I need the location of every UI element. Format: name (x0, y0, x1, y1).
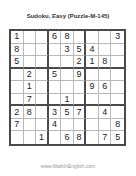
sudoku-cell-r9c6[interactable]: 8 (74, 131, 87, 144)
sudoku-cell-r1c8[interactable] (99, 31, 112, 44)
sudoku-cell-r4c4[interactable]: 5 (49, 69, 62, 82)
sudoku-cell-r6c4[interactable] (49, 94, 62, 107)
sudoku-cell-r7c7[interactable] (86, 106, 99, 119)
sudoku-cell-r7c3[interactable] (36, 106, 49, 119)
sudoku-cell-r8c9[interactable]: 8 (111, 119, 124, 132)
sudoku-cell-r8c1[interactable]: 7 (11, 119, 24, 132)
sudoku-cell-r3c1[interactable]: 5 (11, 56, 24, 69)
sudoku-cell-r4c3[interactable] (36, 69, 49, 82)
sudoku-cell-r7c1[interactable]: 2 (11, 106, 24, 119)
sudoku-cell-r8c7[interactable] (86, 119, 99, 132)
sudoku-cell-r5c8[interactable]: 6 (99, 81, 112, 94)
sudoku-cell-r7c5[interactable]: 5 (61, 106, 74, 119)
sudoku-cell-r6c3[interactable] (36, 94, 49, 107)
sudoku-cell-r9c9[interactable]: 5 (111, 131, 124, 144)
sudoku-cell-r8c5[interactable] (61, 119, 74, 132)
sudoku-cell-r5c9[interactable] (111, 81, 124, 94)
sudoku-cell-r2c8[interactable] (99, 44, 112, 57)
sudoku-board: 1683835452182591967128357474816875 (9, 29, 126, 146)
sudoku-cell-r6c1[interactable] (11, 94, 24, 107)
sudoku-cell-r4c8[interactable] (99, 69, 112, 82)
sudoku-cell-r1c4[interactable]: 6 (49, 31, 62, 44)
sudoku-cell-r3c9[interactable] (111, 56, 124, 69)
sudoku-cell-r8c8[interactable] (99, 119, 112, 132)
sudoku-cell-r9c8[interactable]: 7 (99, 131, 112, 144)
sudoku-cell-r9c3[interactable]: 1 (36, 131, 49, 144)
sudoku-cell-r1c9[interactable]: 3 (111, 31, 124, 44)
sudoku-cell-r9c2[interactable] (24, 131, 37, 144)
sudoku-cell-r1c5[interactable]: 8 (61, 31, 74, 44)
sudoku-cell-r5c4[interactable] (49, 81, 62, 94)
sudoku-cell-r7c4[interactable]: 3 (49, 106, 62, 119)
footer-url: www.MathInEnglish.com (0, 163, 136, 169)
sudoku-cell-r1c6[interactable] (74, 31, 87, 44)
sudoku-cell-r6c7[interactable] (86, 94, 99, 107)
sudoku-cell-r4c2[interactable]: 2 (24, 69, 37, 82)
sudoku-cell-r9c5[interactable]: 6 (61, 131, 74, 144)
sudoku-cell-r3c4[interactable] (49, 56, 62, 69)
sudoku-cell-r1c7[interactable] (86, 31, 99, 44)
sudoku-cell-r2c3[interactable] (36, 44, 49, 57)
sudoku-cell-r6c5[interactable]: 1 (61, 94, 74, 107)
sudoku-cell-r9c1[interactable] (11, 131, 24, 144)
sudoku-cell-r1c1[interactable]: 1 (11, 31, 24, 44)
sudoku-cell-r3c5[interactable] (61, 56, 74, 69)
sudoku-cell-r2c6[interactable]: 5 (74, 44, 87, 57)
sudoku-cell-r5c5[interactable] (61, 81, 74, 94)
sudoku-cell-r5c7[interactable]: 9 (86, 81, 99, 94)
sudoku-cell-r3c7[interactable]: 1 (86, 56, 99, 69)
sudoku-cell-r2c5[interactable]: 3 (61, 44, 74, 57)
sudoku-cell-r7c8[interactable]: 4 (99, 106, 112, 119)
sudoku-cell-r1c3[interactable] (36, 31, 49, 44)
sudoku-cell-r4c1[interactable] (11, 69, 24, 82)
sudoku-cell-r3c6[interactable]: 2 (74, 56, 87, 69)
sudoku-sheet: Sudoku, Easy (Puzzle-M-145) 168383545218… (0, 0, 136, 176)
sudoku-cell-r8c6[interactable] (74, 119, 87, 132)
sudoku-cell-r8c4[interactable]: 4 (49, 119, 62, 132)
sudoku-cell-r4c9[interactable] (111, 69, 124, 82)
sudoku-cell-r6c6[interactable] (74, 94, 87, 107)
sudoku-cell-r6c2[interactable]: 7 (24, 94, 37, 107)
sudoku-cell-r3c2[interactable] (24, 56, 37, 69)
sudoku-cell-r2c1[interactable]: 8 (11, 44, 24, 57)
sudoku-cell-r6c8[interactable] (99, 94, 112, 107)
sudoku-cell-r9c7[interactable] (86, 131, 99, 144)
sudoku-cell-r1c2[interactable] (24, 31, 37, 44)
sudoku-cell-r4c5[interactable] (61, 69, 74, 82)
puzzle-title: Sudoku, Easy (Puzzle-M-145) (0, 13, 136, 19)
sudoku-cell-r5c3[interactable] (36, 81, 49, 94)
sudoku-cell-r8c3[interactable] (36, 119, 49, 132)
sudoku-cell-r3c3[interactable] (36, 56, 49, 69)
sudoku-cell-r7c9[interactable] (111, 106, 124, 119)
sudoku-cell-r3c8[interactable]: 8 (99, 56, 112, 69)
sudoku-cell-r5c2[interactable]: 1 (24, 81, 37, 94)
sudoku-cell-r7c2[interactable]: 8 (24, 106, 37, 119)
sudoku-cell-r5c1[interactable] (11, 81, 24, 94)
sudoku-cell-r6c9[interactable] (111, 94, 124, 107)
sudoku-cell-r4c7[interactable] (86, 69, 99, 82)
sudoku-cell-r7c6[interactable]: 7 (74, 106, 87, 119)
sudoku-cell-r4c6[interactable]: 9 (74, 69, 87, 82)
sudoku-cell-r9c4[interactable] (49, 131, 62, 144)
sudoku-cell-r2c2[interactable] (24, 44, 37, 57)
sudoku-cell-r5c6[interactable] (74, 81, 87, 94)
sudoku-cell-r2c7[interactable]: 4 (86, 44, 99, 57)
sudoku-cell-r2c4[interactable] (49, 44, 62, 57)
sudoku-cell-r2c9[interactable] (111, 44, 124, 57)
sudoku-cell-r8c2[interactable] (24, 119, 37, 132)
